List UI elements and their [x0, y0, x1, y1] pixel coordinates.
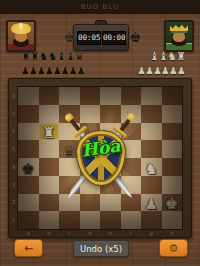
square-f1[interactable] — [121, 211, 142, 229]
top-banner-text: BUG BLU — [81, 3, 119, 11]
square-c2[interactable] — [59, 194, 80, 212]
square-c5[interactable]: ♛ — [59, 140, 80, 158]
square-f8[interactable] — [121, 87, 142, 105]
captured-pawn-icon: ♟ — [153, 66, 161, 75]
captured-white-pieces-tray: ♝♝♞♜ ♟♟♟♟♟♟ — [103, 49, 185, 77]
square-g5[interactable] — [141, 140, 162, 158]
square-a3[interactable] — [18, 176, 39, 194]
left-king-icon: ♚ — [63, 29, 76, 45]
square-g2[interactable]: ♟ — [141, 194, 162, 212]
square-e4[interactable] — [100, 158, 121, 176]
left-clock-display: 00:05 — [77, 31, 101, 45]
square-f4[interactable] — [121, 158, 142, 176]
captured-rook-icon: ♜ — [30, 51, 39, 62]
rank-label-3: 3 — [10, 176, 17, 194]
square-e2[interactable] — [100, 194, 121, 212]
captured-black-majors-row: ♜♜♞♞♝♝♛ — [21, 49, 103, 62]
square-a4[interactable]: ♚ — [18, 158, 39, 176]
undo-button[interactable]: Undo (x5) — [73, 240, 129, 257]
file-label-h: h — [162, 230, 183, 237]
square-f3[interactable] — [121, 176, 142, 194]
square-d3[interactable] — [80, 176, 101, 194]
rank-label-8: 8 — [10, 87, 17, 105]
captured-white-majors-row: ♝♝♞♜ — [103, 49, 185, 62]
captured-pawn-icon: ♟ — [137, 66, 145, 75]
square-b8[interactable] — [39, 87, 60, 105]
square-h6[interactable] — [162, 123, 183, 141]
turban-jewel-icon — [19, 23, 23, 29]
gear-icon: ⚙ — [169, 243, 179, 254]
right-king-icon: ♚ — [129, 29, 142, 45]
piece-white-pawn[interactable]: ♟ — [141, 196, 162, 212]
captured-pawn-icon: ♟ — [177, 66, 185, 75]
square-f6[interactable] — [121, 123, 142, 141]
file-labels: abcdefgh — [18, 230, 182, 237]
captured-pawn-icon: ♟ — [37, 66, 45, 75]
captured-bishop-icon: ♝ — [57, 51, 66, 62]
captured-knight-icon: ♞ — [167, 51, 176, 62]
chess-clock: 00:05 00:00 — [73, 24, 129, 51]
right-avatar-face — [173, 32, 185, 42]
square-g1[interactable] — [141, 211, 162, 229]
square-c1[interactable] — [59, 211, 80, 229]
right-player-avatar — [164, 20, 194, 52]
square-e7[interactable] — [100, 105, 121, 123]
rank-label-6: 6 — [10, 123, 17, 141]
square-f7[interactable] — [121, 105, 142, 123]
square-h7[interactable] — [162, 105, 183, 123]
square-e5[interactable] — [100, 140, 121, 158]
rank-label-5: 5 — [10, 140, 17, 158]
piece-black-king[interactable]: ♚ — [18, 161, 39, 177]
square-b3[interactable] — [39, 176, 60, 194]
captured-knight-icon: ♞ — [39, 51, 48, 62]
square-d5[interactable] — [80, 140, 101, 158]
piece-black-queen[interactable]: ♛ — [59, 143, 80, 159]
square-e6[interactable] — [100, 123, 121, 141]
square-g3[interactable] — [141, 176, 162, 194]
file-label-e: e — [100, 230, 121, 237]
square-g8[interactable] — [141, 87, 162, 105]
square-d2[interactable] — [80, 194, 101, 212]
captured-pawn-icon: ♟ — [61, 66, 69, 75]
captured-black-pawns-row: ♟♟♟♟♟♟♟♟ — [21, 62, 103, 75]
file-label-c: c — [59, 230, 80, 237]
file-label-b: b — [39, 230, 60, 237]
square-b1[interactable] — [39, 211, 60, 229]
app-screen: BUG BLU 00:05 00:00 ♚ ♚ ♜♜♞♞♝♝♛ ♟♟♟♟♟♟♟♟… — [0, 0, 200, 266]
file-label-f: f — [121, 230, 142, 237]
square-c4[interactable] — [59, 158, 80, 176]
captured-pawn-icon: ♟ — [53, 66, 61, 75]
square-h8[interactable] — [162, 87, 183, 105]
square-h5[interactable] — [162, 140, 183, 158]
square-h3[interactable] — [162, 176, 183, 194]
captured-pawn-icon: ♟ — [77, 66, 85, 75]
captured-rook-icon: ♜ — [176, 51, 185, 62]
square-e8[interactable] — [100, 87, 121, 105]
back-button[interactable]: ← — [14, 239, 43, 257]
square-e3[interactable] — [100, 176, 121, 194]
square-a5[interactable] — [18, 140, 39, 158]
square-b2[interactable] — [39, 194, 60, 212]
square-a8[interactable] — [18, 87, 39, 105]
piece-white-knight[interactable]: ♞ — [141, 161, 162, 177]
square-d4[interactable] — [80, 158, 101, 176]
square-h1[interactable] — [162, 211, 183, 229]
file-label-g: g — [141, 230, 162, 237]
square-d6[interactable] — [80, 123, 101, 141]
square-a2[interactable] — [18, 194, 39, 212]
file-label-a: a — [18, 230, 39, 237]
captured-pawn-icon: ♟ — [69, 66, 77, 75]
captured-bishop-icon: ♝ — [150, 51, 159, 62]
undo-button-label: Undo (x5) — [80, 244, 122, 254]
square-c8[interactable] — [59, 87, 80, 105]
captured-knight-icon: ♞ — [48, 51, 57, 62]
captured-pawn-icon: ♟ — [161, 66, 169, 75]
rank-label-1: 1 — [10, 211, 17, 229]
top-banner: BUG BLU — [0, 0, 200, 14]
captured-pawn-icon: ♟ — [21, 66, 29, 75]
square-g7[interactable] — [141, 105, 162, 123]
square-b5[interactable] — [39, 140, 60, 158]
right-clock-display: 00:00 — [102, 31, 126, 45]
chess-board: 87654321 abcdefgh ♜♛♚♞♟♚ Hòa — [8, 78, 192, 238]
square-g4[interactable]: ♞ — [141, 158, 162, 176]
square-a7[interactable] — [18, 105, 39, 123]
square-c7[interactable] — [59, 105, 80, 123]
square-b6[interactable]: ♜ — [39, 123, 60, 141]
rank-labels: 87654321 — [10, 87, 17, 229]
captured-rook-icon: ♜ — [21, 51, 30, 62]
square-b7[interactable] — [39, 105, 60, 123]
back-arrow-icon: ← — [24, 243, 33, 254]
square-c3[interactable] — [59, 176, 80, 194]
captured-pawn-icon: ♟ — [29, 66, 37, 75]
captured-queen-icon: ♛ — [74, 51, 83, 62]
square-a1[interactable] — [18, 211, 39, 229]
captured-pawn-icon: ♟ — [45, 66, 53, 75]
left-player-avatar — [6, 20, 36, 52]
file-label-d: d — [80, 230, 101, 237]
rank-label-4: 4 — [10, 158, 17, 176]
square-a6[interactable] — [18, 123, 39, 141]
square-f5[interactable] — [121, 140, 142, 158]
square-d1[interactable] — [80, 211, 101, 229]
piece-white-king[interactable]: ♚ — [162, 196, 183, 212]
captured-black-pieces-tray: ♜♜♞♞♝♝♛ ♟♟♟♟♟♟♟♟ — [21, 49, 103, 77]
captured-pawn-icon: ♟ — [145, 66, 153, 75]
board-grid: ♜♛♚♞♟♚ — [18, 87, 182, 229]
settings-button[interactable]: ⚙ — [159, 239, 188, 257]
captured-pawn-icon: ♟ — [169, 66, 177, 75]
square-c6[interactable] — [59, 123, 80, 141]
captured-bishop-icon: ♝ — [158, 51, 167, 62]
rank-label-7: 7 — [10, 105, 17, 123]
square-d7[interactable] — [80, 105, 101, 123]
captured-white-pawns-row: ♟♟♟♟♟♟ — [103, 62, 185, 75]
square-b4[interactable] — [39, 158, 60, 176]
square-d8[interactable] — [80, 87, 101, 105]
square-f2[interactable] — [121, 194, 142, 212]
square-g6[interactable] — [141, 123, 162, 141]
square-h4[interactable] — [162, 158, 183, 176]
square-h2[interactable]: ♚ — [162, 194, 183, 212]
piece-white-rook[interactable]: ♜ — [39, 125, 60, 141]
crown-icon — [170, 23, 188, 31]
captured-bishop-icon: ♝ — [65, 51, 74, 62]
square-e1[interactable] — [100, 211, 121, 229]
rank-label-2: 2 — [10, 194, 17, 212]
